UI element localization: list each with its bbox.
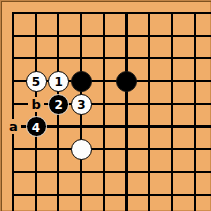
white-stone-5: 5 (26, 71, 47, 92)
move-number: 4 (32, 121, 40, 133)
black-stone (71, 71, 92, 92)
move-number: 2 (55, 99, 63, 111)
white-stone (71, 139, 92, 160)
point-label-a: a (6, 119, 21, 134)
black-stone (116, 71, 137, 92)
white-stone-1: 1 (48, 71, 69, 92)
move-number: 5 (32, 76, 40, 88)
black-stone-4: 4 (26, 116, 47, 137)
move-number: 1 (55, 76, 63, 88)
point-label-b: b (28, 97, 43, 112)
go-board: 51234ab (2, 2, 211, 211)
go-diagram: 51234ab (0, 0, 211, 211)
move-number: 3 (77, 99, 85, 111)
black-stone-2: 2 (48, 94, 69, 115)
white-stone-3: 3 (71, 94, 92, 115)
